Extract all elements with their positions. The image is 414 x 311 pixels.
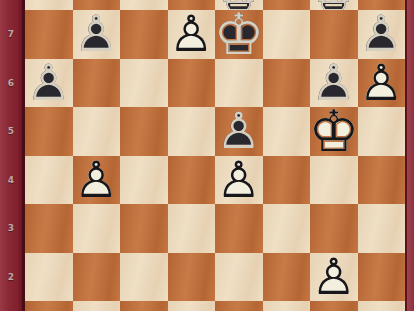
rank-label-2: 2 <box>4 272 18 282</box>
black-pawn-outline: ♙ <box>25 59 73 108</box>
square-f1[interactable] <box>263 301 311 311</box>
square-f8[interactable] <box>263 0 311 10</box>
square-a1[interactable] <box>25 301 73 311</box>
square-f7[interactable] <box>263 10 311 59</box>
black-pawn-glyph: ♟ <box>358 10 406 59</box>
black-pawn-outline: ♙ <box>73 10 121 59</box>
black-pawn-glyph: ♟ <box>310 59 358 108</box>
square-e1[interactable] <box>215 301 263 311</box>
square-e5[interactable]: ♟♙ <box>215 107 263 156</box>
square-c5[interactable] <box>120 107 168 156</box>
black-pawn-outline: ♙ <box>358 10 406 59</box>
white-pawn-glyph: ♟ <box>310 253 358 302</box>
square-c1[interactable] <box>120 301 168 311</box>
square-f5[interactable] <box>263 107 311 156</box>
square-b7[interactable]: ♟♙ <box>73 10 121 59</box>
white-pawn-glyph: ♟ <box>168 10 216 59</box>
square-e6[interactable] <box>215 59 263 108</box>
square-h6[interactable]: ♟♙ <box>358 59 406 108</box>
square-f3[interactable] <box>263 204 311 253</box>
square-h7[interactable]: ♟♙ <box>358 10 406 59</box>
square-a6[interactable]: ♟♙ <box>25 59 73 108</box>
square-d1[interactable] <box>168 301 216 311</box>
square-a2[interactable] <box>25 253 73 302</box>
square-c7[interactable] <box>120 10 168 59</box>
black-pawn-glyph: ♟ <box>73 10 121 59</box>
piece-black-pawn: ♟♙ <box>73 10 121 59</box>
square-b2[interactable] <box>73 253 121 302</box>
piece-black-pawn: ♟♙ <box>215 107 263 156</box>
square-b5[interactable] <box>73 107 121 156</box>
white-king-outline: ♔ <box>310 107 358 156</box>
square-c3[interactable] <box>120 204 168 253</box>
square-g4[interactable] <box>310 156 358 205</box>
rank-label-5: 5 <box>4 126 18 136</box>
square-d7[interactable]: ♟♙ <box>168 10 216 59</box>
black-pawn-outline: ♙ <box>310 59 358 108</box>
square-e3[interactable] <box>215 204 263 253</box>
rank-label-7: 7 <box>4 29 18 39</box>
square-f6[interactable] <box>263 59 311 108</box>
white-pawn-outline: ♙ <box>358 59 406 108</box>
piece-black-pawn: ♟♙ <box>310 59 358 108</box>
square-f4[interactable] <box>263 156 311 205</box>
square-f2[interactable] <box>263 253 311 302</box>
square-b8[interactable] <box>73 0 121 10</box>
square-e7[interactable]: ♚♔ <box>215 10 263 59</box>
square-d8[interactable] <box>168 0 216 10</box>
black-rook-glyph: ♜ <box>215 0 263 10</box>
square-h8[interactable] <box>358 0 406 10</box>
square-h3[interactable] <box>358 204 406 253</box>
square-c8[interactable] <box>120 0 168 10</box>
piece-white-pawn: ♟♙ <box>358 59 406 108</box>
square-a7[interactable] <box>25 10 73 59</box>
white-pawn-outline: ♙ <box>310 253 358 302</box>
square-c2[interactable] <box>120 253 168 302</box>
board-frame-right <box>405 0 414 311</box>
rank-label-4: 4 <box>4 175 18 185</box>
square-a3[interactable] <box>25 204 73 253</box>
square-b1[interactable] <box>73 301 121 311</box>
square-d4[interactable] <box>168 156 216 205</box>
chess-diagram: ♜♖♜♖♟♙♟♙♚♔♟♙♟♙♟♙♟♙♟♙♚♔♟♙♟♙♟♙ 765432 <box>0 0 414 311</box>
piece-black-pawn: ♟♙ <box>25 59 73 108</box>
square-a8[interactable] <box>25 0 73 10</box>
rank-label-3: 3 <box>4 223 18 233</box>
square-e4[interactable]: ♟♙ <box>215 156 263 205</box>
black-pawn-outline: ♙ <box>215 107 263 156</box>
black-pawn-glyph: ♟ <box>215 107 263 156</box>
square-b4[interactable]: ♟♙ <box>73 156 121 205</box>
square-g6[interactable]: ♟♙ <box>310 59 358 108</box>
black-king-outline: ♔ <box>215 10 263 59</box>
piece-black-king: ♚♔ <box>215 10 263 59</box>
square-c4[interactable] <box>120 156 168 205</box>
square-d6[interactable] <box>168 59 216 108</box>
square-e8[interactable]: ♜♖ <box>215 0 263 10</box>
square-b6[interactable] <box>73 59 121 108</box>
piece-white-king: ♚♔ <box>310 107 358 156</box>
piece-white-pawn: ♟♙ <box>73 156 121 205</box>
board-frame-left: 765432 <box>0 0 25 311</box>
white-king-glyph: ♚ <box>310 107 358 156</box>
white-pawn-outline: ♙ <box>73 156 121 205</box>
square-h2[interactable] <box>358 253 406 302</box>
piece-white-pawn: ♟♙ <box>168 10 216 59</box>
piece-white-pawn: ♟♙ <box>310 253 358 302</box>
square-g7[interactable] <box>310 10 358 59</box>
square-d5[interactable] <box>168 107 216 156</box>
white-pawn-glyph: ♟ <box>215 156 263 205</box>
white-pawn-outline: ♙ <box>168 10 216 59</box>
square-g2[interactable]: ♟♙ <box>310 253 358 302</box>
square-d2[interactable] <box>168 253 216 302</box>
square-d3[interactable] <box>168 204 216 253</box>
square-h4[interactable] <box>358 156 406 205</box>
square-c6[interactable] <box>120 59 168 108</box>
black-rook-glyph: ♜ <box>310 0 358 10</box>
square-b3[interactable] <box>73 204 121 253</box>
black-pawn-glyph: ♟ <box>25 59 73 108</box>
square-h5[interactable] <box>358 107 406 156</box>
piece-black-rook: ♜♖ <box>215 0 263 10</box>
white-pawn-outline: ♙ <box>215 156 263 205</box>
piece-black-rook: ♜♖ <box>310 0 358 10</box>
chess-board: ♜♖♜♖♟♙♟♙♚♔♟♙♟♙♟♙♟♙♟♙♚♔♟♙♟♙♟♙ <box>25 0 405 311</box>
square-g1[interactable] <box>310 301 358 311</box>
black-rook-outline: ♖ <box>215 0 263 10</box>
black-rook-outline: ♖ <box>310 0 358 10</box>
square-g5[interactable]: ♚♔ <box>310 107 358 156</box>
black-king-glyph: ♚ <box>215 10 263 59</box>
square-e2[interactable] <box>215 253 263 302</box>
white-pawn-glyph: ♟ <box>73 156 121 205</box>
piece-white-pawn: ♟♙ <box>215 156 263 205</box>
square-h1[interactable] <box>358 301 406 311</box>
square-a5[interactable] <box>25 107 73 156</box>
square-g3[interactable] <box>310 204 358 253</box>
square-g8[interactable]: ♜♖ <box>310 0 358 10</box>
square-a4[interactable] <box>25 156 73 205</box>
white-pawn-glyph: ♟ <box>358 59 406 108</box>
rank-label-6: 6 <box>4 78 18 88</box>
piece-black-pawn: ♟♙ <box>358 10 406 59</box>
